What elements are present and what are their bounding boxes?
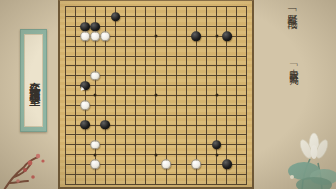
intersection[interactable] [80, 110, 90, 120]
intersection[interactable] [201, 22, 211, 32]
intersection[interactable] [121, 12, 131, 22]
intersection[interactable] [181, 130, 191, 140]
intersection[interactable] [111, 150, 121, 160]
intersection[interactable] [141, 179, 151, 189]
intersection[interactable] [232, 169, 242, 179]
intersection[interactable] [222, 71, 232, 81]
intersection[interactable] [121, 61, 131, 71]
intersection[interactable] [80, 179, 90, 189]
intersection[interactable] [181, 91, 191, 101]
intersection[interactable] [90, 150, 100, 160]
intersection[interactable] [141, 61, 151, 71]
intersection[interactable] [161, 71, 171, 81]
intersection[interactable] [100, 22, 110, 32]
intersection[interactable] [171, 2, 181, 12]
intersection[interactable] [181, 12, 191, 22]
intersection[interactable] [161, 51, 171, 61]
intersection[interactable] [151, 41, 161, 51]
intersection[interactable] [141, 51, 151, 61]
intersection[interactable] [201, 159, 211, 169]
intersection[interactable] [60, 12, 70, 22]
intersection[interactable] [161, 12, 171, 22]
intersection[interactable] [222, 179, 232, 189]
intersection[interactable] [141, 12, 151, 22]
intersection[interactable] [181, 159, 191, 169]
intersection[interactable] [191, 140, 201, 150]
intersection[interactable] [171, 32, 181, 42]
intersection[interactable] [242, 71, 252, 81]
intersection[interactable] [201, 169, 211, 179]
intersection[interactable] [151, 130, 161, 140]
intersection[interactable] [121, 22, 131, 32]
intersection[interactable] [60, 81, 70, 91]
intersection[interactable] [121, 130, 131, 140]
intersection[interactable] [121, 71, 131, 81]
intersection[interactable] [212, 159, 222, 169]
intersection[interactable] [141, 81, 151, 91]
intersection[interactable] [121, 169, 131, 179]
intersection[interactable] [80, 100, 90, 110]
intersection[interactable] [121, 41, 131, 51]
intersection[interactable] [222, 140, 232, 150]
intersection[interactable] [141, 120, 151, 130]
intersection[interactable] [70, 12, 80, 22]
intersection[interactable] [121, 159, 131, 169]
intersection[interactable] [70, 150, 80, 160]
intersection[interactable] [151, 71, 161, 81]
intersection[interactable] [70, 61, 80, 71]
intersection[interactable] [131, 61, 141, 71]
intersection[interactable] [222, 32, 232, 42]
intersection[interactable] [131, 41, 141, 51]
intersection[interactable] [212, 51, 222, 61]
intersection[interactable] [171, 41, 181, 51]
intersection[interactable] [171, 120, 181, 130]
intersection[interactable] [191, 179, 201, 189]
intersection[interactable] [141, 159, 151, 169]
intersection[interactable] [232, 140, 242, 150]
intersection[interactable] [80, 150, 90, 160]
intersection[interactable] [181, 81, 191, 91]
intersection[interactable] [242, 12, 252, 22]
intersection[interactable] [80, 51, 90, 61]
intersection[interactable] [212, 140, 222, 150]
intersection[interactable] [161, 179, 171, 189]
intersection[interactable] [201, 130, 211, 140]
intersection[interactable] [151, 140, 161, 150]
intersection[interactable] [161, 110, 171, 120]
intersection[interactable] [161, 159, 171, 169]
intersection[interactable] [232, 71, 242, 81]
intersection[interactable] [131, 51, 141, 61]
intersection[interactable] [242, 32, 252, 42]
intersection[interactable] [70, 140, 80, 150]
intersection[interactable] [191, 169, 201, 179]
intersection[interactable] [121, 110, 131, 120]
intersection[interactable] [201, 2, 211, 12]
intersection[interactable] [191, 71, 201, 81]
intersection[interactable] [100, 81, 110, 91]
intersection[interactable] [201, 120, 211, 130]
intersection[interactable] [232, 150, 242, 160]
intersection[interactable] [60, 41, 70, 51]
intersection[interactable] [90, 140, 100, 150]
intersection[interactable] [70, 130, 80, 140]
intersection[interactable] [121, 51, 131, 61]
intersection[interactable] [232, 12, 242, 22]
intersection[interactable] [161, 61, 171, 71]
intersection[interactable] [151, 12, 161, 22]
intersection[interactable] [60, 32, 70, 42]
intersection[interactable] [222, 159, 232, 169]
intersection[interactable] [100, 32, 110, 42]
intersection[interactable] [100, 130, 110, 140]
intersection[interactable] [141, 71, 151, 81]
intersection[interactable] [141, 41, 151, 51]
intersection[interactable] [151, 100, 161, 110]
intersection[interactable] [100, 71, 110, 81]
intersection[interactable] [70, 91, 80, 101]
intersection[interactable] [100, 51, 110, 61]
intersection[interactable] [171, 130, 181, 140]
intersection[interactable] [90, 110, 100, 120]
intersection[interactable] [181, 110, 191, 120]
intersection[interactable] [141, 100, 151, 110]
intersection[interactable] [131, 22, 141, 32]
intersection[interactable] [242, 100, 252, 110]
intersection[interactable] [151, 150, 161, 160]
intersection[interactable] [161, 22, 171, 32]
intersection[interactable] [111, 32, 121, 42]
intersection[interactable] [131, 159, 141, 169]
intersection[interactable] [111, 61, 121, 71]
intersection[interactable] [171, 91, 181, 101]
intersection[interactable] [242, 169, 252, 179]
intersection[interactable] [181, 140, 191, 150]
intersection[interactable] [151, 179, 161, 189]
intersection[interactable] [212, 22, 222, 32]
intersection[interactable] [191, 110, 201, 120]
intersection[interactable] [201, 32, 211, 42]
intersection[interactable] [111, 51, 121, 61]
intersection[interactable] [232, 130, 242, 140]
intersection[interactable] [80, 159, 90, 169]
intersection[interactable] [232, 2, 242, 12]
intersection[interactable] [90, 91, 100, 101]
intersection[interactable] [100, 140, 110, 150]
intersection[interactable] [60, 71, 70, 81]
intersection[interactable] [222, 100, 232, 110]
intersection[interactable] [181, 120, 191, 130]
intersection[interactable] [161, 169, 171, 179]
intersection[interactable] [111, 130, 121, 140]
intersection[interactable] [191, 81, 201, 91]
intersection[interactable] [212, 12, 222, 22]
intersection[interactable] [151, 22, 161, 32]
intersection[interactable] [131, 32, 141, 42]
intersection[interactable] [70, 81, 80, 91]
intersection[interactable] [80, 91, 90, 101]
intersection[interactable] [232, 81, 242, 91]
intersection[interactable] [242, 130, 252, 140]
intersection[interactable] [131, 100, 141, 110]
intersection[interactable] [222, 22, 232, 32]
intersection[interactable] [171, 169, 181, 179]
intersection[interactable] [232, 41, 242, 51]
intersection[interactable] [70, 2, 80, 12]
intersection[interactable] [222, 91, 232, 101]
intersection[interactable] [60, 110, 70, 120]
intersection[interactable] [121, 91, 131, 101]
intersection[interactable] [191, 100, 201, 110]
intersection[interactable] [171, 71, 181, 81]
intersection[interactable] [242, 159, 252, 169]
intersection[interactable] [161, 100, 171, 110]
intersection[interactable] [171, 61, 181, 71]
intersection[interactable] [70, 169, 80, 179]
intersection[interactable] [141, 169, 151, 179]
intersection[interactable] [161, 120, 171, 130]
intersection[interactable] [121, 2, 131, 12]
intersection[interactable] [90, 61, 100, 71]
intersection[interactable] [242, 179, 252, 189]
intersection[interactable] [212, 179, 222, 189]
intersection[interactable] [90, 120, 100, 130]
intersection[interactable] [242, 120, 252, 130]
intersection[interactable] [131, 130, 141, 140]
intersection[interactable] [100, 120, 110, 130]
intersection[interactable] [171, 150, 181, 160]
intersection[interactable] [222, 110, 232, 120]
intersection[interactable] [151, 159, 161, 169]
intersection[interactable] [161, 140, 171, 150]
intersection[interactable] [111, 12, 121, 22]
intersection[interactable] [171, 12, 181, 22]
intersection[interactable] [212, 32, 222, 42]
intersection[interactable] [171, 159, 181, 169]
intersection[interactable] [191, 150, 201, 160]
intersection[interactable] [90, 12, 100, 22]
intersection[interactable] [222, 130, 232, 140]
intersection[interactable] [60, 91, 70, 101]
intersection[interactable] [161, 2, 171, 12]
intersection[interactable] [111, 22, 121, 32]
intersection[interactable] [222, 120, 232, 130]
intersection[interactable] [111, 81, 121, 91]
intersection[interactable] [222, 169, 232, 179]
intersection[interactable] [212, 120, 222, 130]
intersection[interactable] [161, 150, 171, 160]
intersection[interactable] [181, 2, 191, 12]
intersection[interactable] [141, 22, 151, 32]
intersection[interactable] [201, 91, 211, 101]
intersection[interactable] [90, 81, 100, 91]
intersection[interactable] [80, 81, 90, 91]
intersection[interactable] [222, 51, 232, 61]
intersection[interactable] [242, 2, 252, 12]
intersection[interactable] [100, 12, 110, 22]
intersection[interactable] [131, 91, 141, 101]
intersection[interactable] [191, 22, 201, 32]
intersection[interactable] [212, 100, 222, 110]
intersection[interactable] [191, 159, 201, 169]
intersection[interactable] [171, 100, 181, 110]
intersection[interactable] [191, 2, 201, 12]
intersection[interactable] [70, 100, 80, 110]
intersection[interactable] [111, 2, 121, 12]
intersection[interactable] [131, 140, 141, 150]
intersection[interactable] [131, 71, 141, 81]
intersection[interactable] [60, 51, 70, 61]
intersection[interactable] [111, 41, 121, 51]
intersection[interactable] [232, 159, 242, 169]
intersection[interactable] [100, 179, 110, 189]
intersection[interactable] [70, 179, 80, 189]
intersection[interactable] [111, 179, 121, 189]
intersection[interactable] [161, 130, 171, 140]
intersection[interactable] [242, 61, 252, 71]
intersection[interactable] [80, 169, 90, 179]
intersection[interactable] [151, 61, 161, 71]
intersection[interactable] [212, 150, 222, 160]
intersection[interactable] [70, 159, 80, 169]
intersection[interactable] [131, 110, 141, 120]
intersection[interactable] [181, 51, 191, 61]
intersection[interactable] [201, 150, 211, 160]
intersection[interactable] [171, 179, 181, 189]
intersection[interactable] [100, 169, 110, 179]
intersection[interactable] [171, 110, 181, 120]
intersection[interactable] [111, 71, 121, 81]
intersection[interactable] [222, 12, 232, 22]
intersection[interactable] [90, 179, 100, 189]
intersection[interactable] [181, 22, 191, 32]
intersection[interactable] [151, 2, 161, 12]
intersection[interactable] [242, 81, 252, 91]
intersection[interactable] [232, 51, 242, 61]
intersection[interactable] [191, 51, 201, 61]
intersection[interactable] [151, 91, 161, 101]
intersection[interactable] [212, 61, 222, 71]
intersection[interactable] [111, 91, 121, 101]
intersection[interactable] [70, 41, 80, 51]
intersection[interactable] [90, 130, 100, 140]
intersection[interactable] [151, 32, 161, 42]
intersection[interactable] [141, 140, 151, 150]
intersection[interactable] [80, 61, 90, 71]
intersection[interactable] [70, 22, 80, 32]
intersection[interactable] [181, 61, 191, 71]
intersection[interactable] [100, 150, 110, 160]
go-board-grid[interactable] [60, 2, 252, 189]
intersection[interactable] [232, 61, 242, 71]
intersection[interactable] [161, 32, 171, 42]
intersection[interactable] [232, 22, 242, 32]
intersection[interactable] [80, 12, 90, 22]
intersection[interactable] [201, 179, 211, 189]
intersection[interactable] [90, 22, 100, 32]
intersection[interactable] [242, 41, 252, 51]
intersection[interactable] [70, 32, 80, 42]
intersection[interactable] [141, 110, 151, 120]
intersection[interactable] [100, 91, 110, 101]
intersection[interactable] [60, 61, 70, 71]
intersection[interactable] [191, 41, 201, 51]
intersection[interactable] [141, 91, 151, 101]
intersection[interactable] [191, 120, 201, 130]
intersection[interactable] [201, 71, 211, 81]
intersection[interactable] [121, 120, 131, 130]
intersection[interactable] [201, 12, 211, 22]
intersection[interactable] [151, 51, 161, 61]
intersection[interactable] [131, 12, 141, 22]
intersection[interactable] [181, 100, 191, 110]
intersection[interactable] [111, 100, 121, 110]
intersection[interactable] [111, 120, 121, 130]
intersection[interactable] [191, 91, 201, 101]
intersection[interactable] [191, 12, 201, 22]
intersection[interactable] [232, 120, 242, 130]
intersection[interactable] [151, 120, 161, 130]
intersection[interactable] [70, 120, 80, 130]
intersection[interactable] [222, 61, 232, 71]
intersection[interactable] [80, 22, 90, 32]
intersection[interactable] [171, 22, 181, 32]
intersection[interactable] [90, 169, 100, 179]
intersection[interactable] [212, 169, 222, 179]
intersection[interactable] [242, 140, 252, 150]
intersection[interactable] [171, 81, 181, 91]
intersection[interactable] [141, 150, 151, 160]
intersection[interactable] [100, 2, 110, 12]
intersection[interactable] [90, 32, 100, 42]
intersection[interactable] [201, 81, 211, 91]
intersection[interactable] [90, 159, 100, 169]
intersection[interactable] [131, 169, 141, 179]
intersection[interactable] [70, 110, 80, 120]
intersection[interactable] [90, 71, 100, 81]
intersection[interactable] [212, 91, 222, 101]
intersection[interactable] [111, 110, 121, 120]
intersection[interactable] [161, 91, 171, 101]
intersection[interactable] [121, 179, 131, 189]
intersection[interactable] [171, 140, 181, 150]
intersection[interactable] [70, 51, 80, 61]
intersection[interactable] [212, 81, 222, 91]
intersection[interactable] [80, 130, 90, 140]
intersection[interactable] [100, 41, 110, 51]
intersection[interactable] [212, 71, 222, 81]
intersection[interactable] [212, 110, 222, 120]
intersection[interactable] [90, 100, 100, 110]
intersection[interactable] [232, 32, 242, 42]
intersection[interactable] [181, 71, 191, 81]
intersection[interactable] [111, 159, 121, 169]
intersection[interactable] [80, 140, 90, 150]
intersection[interactable] [80, 2, 90, 12]
intersection[interactable] [90, 51, 100, 61]
intersection[interactable] [242, 91, 252, 101]
intersection[interactable] [90, 2, 100, 12]
intersection[interactable] [191, 130, 201, 140]
intersection[interactable] [131, 179, 141, 189]
intersection[interactable] [80, 41, 90, 51]
intersection[interactable] [242, 51, 252, 61]
intersection[interactable] [222, 41, 232, 51]
intersection[interactable] [90, 41, 100, 51]
intersection[interactable] [131, 81, 141, 91]
intersection[interactable] [181, 41, 191, 51]
